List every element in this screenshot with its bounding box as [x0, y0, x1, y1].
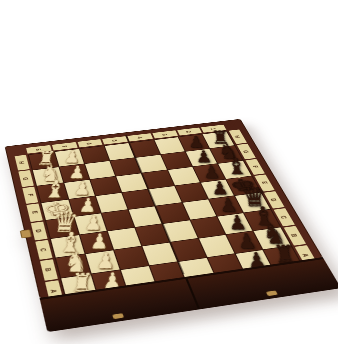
chessboard: 87654321 HGFEDCBA ♜♟♟♜♞♟♟♞♝♟♟♝♚♟♟♚♛♟♟♛♝♟… — [5, 119, 323, 299]
brass-clasp-icon — [20, 229, 32, 238]
front-fold-seam — [185, 279, 200, 310]
file-label-h: H — [15, 155, 30, 171]
product-photo: 87654321 HGFEDCBA ♜♟♟♜♞♟♟♞♝♟♟♝♚♟♟♚♛♟♟♛♝♟… — [0, 0, 338, 344]
brass-hinge-icon — [112, 313, 124, 319]
file-label-g: G — [18, 170, 33, 187]
brass-hinge-icon — [266, 290, 278, 296]
board-frame: 87654321 HGFEDCBA ♜♟♟♜♞♟♟♞♝♟♟♝♚♟♟♚♛♟♟♛♝♟… — [5, 119, 323, 299]
